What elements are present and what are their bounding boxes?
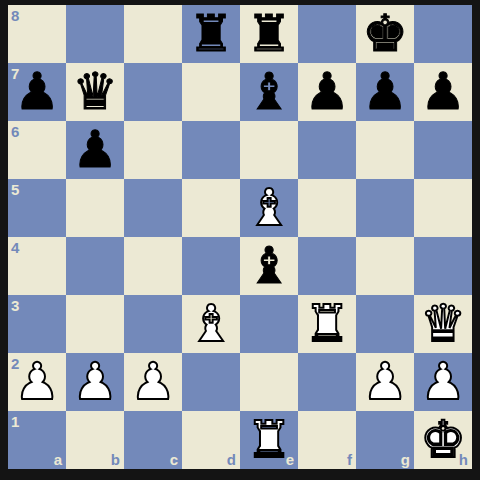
square-f4[interactable] xyxy=(298,237,356,295)
square-c1[interactable]: c xyxy=(124,411,182,469)
square-h2[interactable]: ♟ xyxy=(414,353,472,411)
square-d4[interactable] xyxy=(182,237,240,295)
square-g1[interactable]: g xyxy=(356,411,414,469)
square-b4[interactable] xyxy=(66,237,124,295)
square-f2[interactable] xyxy=(298,353,356,411)
square-g6[interactable] xyxy=(356,121,414,179)
square-g8[interactable]: ♚ xyxy=(356,5,414,63)
square-f5[interactable] xyxy=(298,179,356,237)
black-bishop[interactable]: ♝ xyxy=(240,63,298,121)
square-c3[interactable] xyxy=(124,295,182,353)
chess-board: 8♜♜♚7♟♛♝♟♟♟6♟5♝4♝3♝♜♛2♟♟♟♟♟1abcde♜fgh♚ xyxy=(8,5,472,469)
square-a1[interactable]: 1a xyxy=(8,411,66,469)
black-pawn[interactable]: ♟ xyxy=(298,63,356,121)
white-pawn[interactable]: ♟ xyxy=(66,353,124,411)
square-h3[interactable]: ♛ xyxy=(414,295,472,353)
square-g3[interactable] xyxy=(356,295,414,353)
square-a5[interactable]: 5 xyxy=(8,179,66,237)
rank-label-3: 3 xyxy=(11,298,19,313)
square-g4[interactable] xyxy=(356,237,414,295)
square-e8[interactable]: ♜ xyxy=(240,5,298,63)
square-e6[interactable] xyxy=(240,121,298,179)
rank-label-5: 5 xyxy=(11,182,19,197)
square-a2[interactable]: 2♟ xyxy=(8,353,66,411)
file-label-f: f xyxy=(347,452,352,467)
square-a7[interactable]: 7♟ xyxy=(8,63,66,121)
square-d6[interactable] xyxy=(182,121,240,179)
square-b3[interactable] xyxy=(66,295,124,353)
square-a4[interactable]: 4 xyxy=(8,237,66,295)
square-h8[interactable] xyxy=(414,5,472,63)
square-b2[interactable]: ♟ xyxy=(66,353,124,411)
file-label-c: c xyxy=(170,452,178,467)
white-queen[interactable]: ♛ xyxy=(414,295,472,353)
rank-label-8: 8 xyxy=(11,8,19,23)
rank-label-2: 2 xyxy=(11,356,19,371)
black-pawn[interactable]: ♟ xyxy=(414,63,472,121)
square-h6[interactable] xyxy=(414,121,472,179)
square-a8[interactable]: 8 xyxy=(8,5,66,63)
square-f8[interactable] xyxy=(298,5,356,63)
square-c2[interactable]: ♟ xyxy=(124,353,182,411)
white-bishop[interactable]: ♝ xyxy=(182,295,240,353)
square-f1[interactable]: f xyxy=(298,411,356,469)
square-b1[interactable]: b xyxy=(66,411,124,469)
rank-label-7: 7 xyxy=(11,66,19,81)
black-queen[interactable]: ♛ xyxy=(66,63,124,121)
white-pawn[interactable]: ♟ xyxy=(414,353,472,411)
square-c5[interactable] xyxy=(124,179,182,237)
square-d5[interactable] xyxy=(182,179,240,237)
square-c8[interactable] xyxy=(124,5,182,63)
square-h5[interactable] xyxy=(414,179,472,237)
square-g5[interactable] xyxy=(356,179,414,237)
square-a3[interactable]: 3 xyxy=(8,295,66,353)
square-c7[interactable] xyxy=(124,63,182,121)
square-b7[interactable]: ♛ xyxy=(66,63,124,121)
white-pawn[interactable]: ♟ xyxy=(356,353,414,411)
square-g7[interactable]: ♟ xyxy=(356,63,414,121)
square-c6[interactable] xyxy=(124,121,182,179)
square-d1[interactable]: d xyxy=(182,411,240,469)
rank-label-4: 4 xyxy=(11,240,19,255)
square-e3[interactable] xyxy=(240,295,298,353)
square-e1[interactable]: e♜ xyxy=(240,411,298,469)
square-h4[interactable] xyxy=(414,237,472,295)
file-label-b: b xyxy=(111,452,120,467)
rank-label-1: 1 xyxy=(11,414,19,429)
file-label-a: a xyxy=(54,452,62,467)
square-b6[interactable]: ♟ xyxy=(66,121,124,179)
square-e2[interactable] xyxy=(240,353,298,411)
square-g2[interactable]: ♟ xyxy=(356,353,414,411)
white-bishop[interactable]: ♝ xyxy=(240,179,298,237)
square-e4[interactable]: ♝ xyxy=(240,237,298,295)
square-h7[interactable]: ♟ xyxy=(414,63,472,121)
square-d7[interactable] xyxy=(182,63,240,121)
file-label-d: d xyxy=(227,452,236,467)
black-rook[interactable]: ♜ xyxy=(240,5,298,63)
square-f3[interactable]: ♜ xyxy=(298,295,356,353)
black-king[interactable]: ♚ xyxy=(356,5,414,63)
square-e7[interactable]: ♝ xyxy=(240,63,298,121)
square-d3[interactable]: ♝ xyxy=(182,295,240,353)
white-pawn[interactable]: ♟ xyxy=(124,353,182,411)
square-f7[interactable]: ♟ xyxy=(298,63,356,121)
square-d2[interactable] xyxy=(182,353,240,411)
square-h1[interactable]: h♚ xyxy=(414,411,472,469)
file-label-h: h xyxy=(459,452,468,467)
black-pawn[interactable]: ♟ xyxy=(66,121,124,179)
black-rook[interactable]: ♜ xyxy=(182,5,240,63)
square-b8[interactable] xyxy=(66,5,124,63)
square-f6[interactable] xyxy=(298,121,356,179)
rank-label-6: 6 xyxy=(11,124,19,139)
square-a6[interactable]: 6 xyxy=(8,121,66,179)
white-rook[interactable]: ♜ xyxy=(298,295,356,353)
file-label-e: e xyxy=(286,452,294,467)
black-pawn[interactable]: ♟ xyxy=(356,63,414,121)
square-e5[interactable]: ♝ xyxy=(240,179,298,237)
black-bishop[interactable]: ♝ xyxy=(240,237,298,295)
square-c4[interactable] xyxy=(124,237,182,295)
file-label-g: g xyxy=(401,452,410,467)
square-b5[interactable] xyxy=(66,179,124,237)
square-d8[interactable]: ♜ xyxy=(182,5,240,63)
